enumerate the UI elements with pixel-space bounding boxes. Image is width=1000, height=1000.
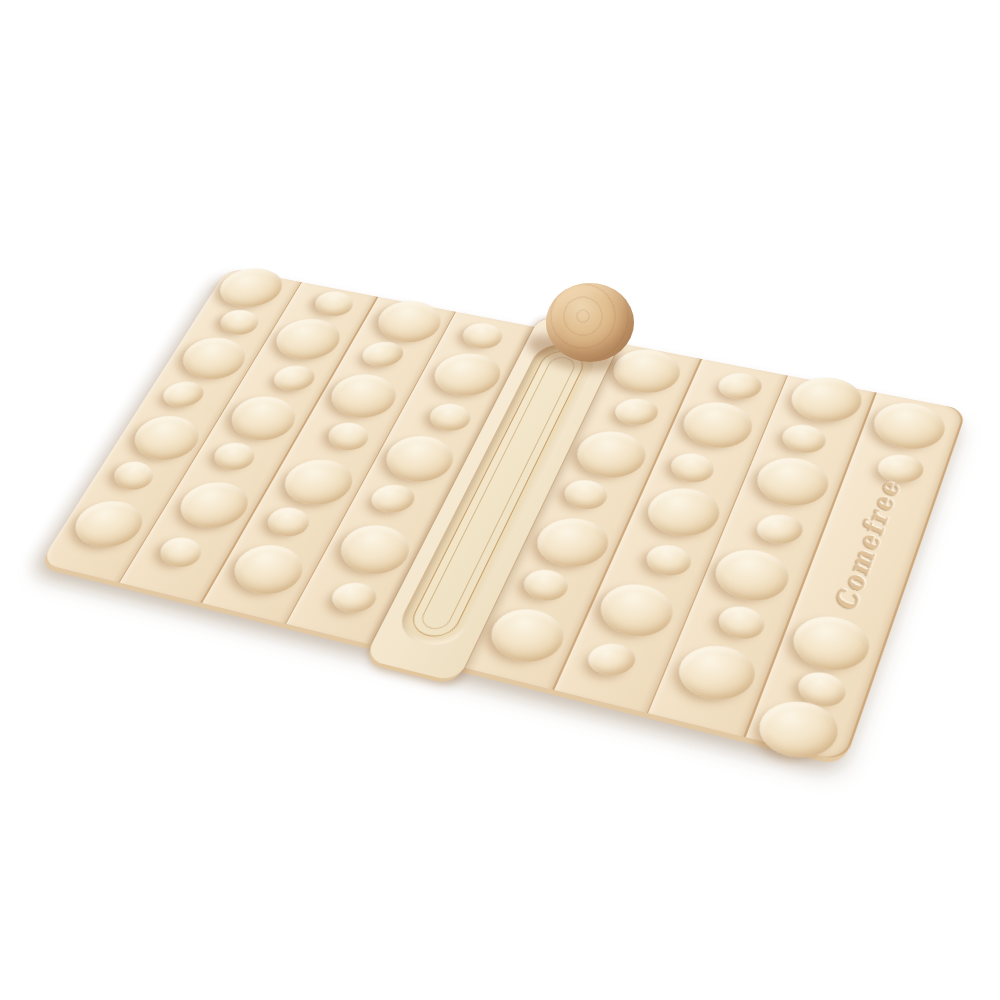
pebble bbox=[359, 342, 405, 367]
pebble bbox=[268, 315, 348, 363]
pebble bbox=[270, 364, 318, 391]
pebble bbox=[223, 538, 313, 602]
pebble bbox=[586, 642, 638, 676]
pebble bbox=[67, 497, 152, 551]
pebble bbox=[159, 381, 207, 407]
pebble bbox=[865, 396, 954, 457]
pebble bbox=[173, 479, 256, 531]
pebble bbox=[327, 581, 380, 615]
pebble bbox=[558, 475, 614, 514]
pebble bbox=[784, 609, 879, 679]
pebble bbox=[367, 294, 451, 349]
pebble bbox=[641, 484, 726, 541]
pebble bbox=[776, 420, 831, 458]
pebble bbox=[456, 319, 509, 353]
pebble bbox=[329, 517, 420, 581]
pebble bbox=[665, 448, 721, 488]
pebble bbox=[214, 306, 265, 339]
pebble bbox=[277, 456, 360, 509]
pebble bbox=[428, 350, 507, 399]
pebble bbox=[480, 601, 574, 670]
pebble bbox=[590, 576, 685, 646]
pebble bbox=[261, 503, 316, 542]
pebble bbox=[309, 287, 360, 321]
pebble bbox=[517, 564, 575, 605]
pebble bbox=[711, 601, 771, 645]
pebble bbox=[612, 397, 661, 427]
massage-ball bbox=[546, 283, 634, 362]
pebble bbox=[755, 513, 805, 545]
pebble bbox=[748, 451, 837, 513]
pebble bbox=[152, 532, 208, 572]
pebble bbox=[640, 540, 697, 580]
massage-board: Comefree bbox=[40, 268, 967, 762]
pebble bbox=[321, 368, 406, 424]
pebble bbox=[208, 438, 262, 474]
pebble bbox=[705, 542, 798, 609]
pebble bbox=[672, 640, 762, 705]
pebble bbox=[674, 395, 762, 455]
pebble bbox=[530, 514, 615, 571]
pebble bbox=[213, 266, 289, 309]
brand-logo: Comefree bbox=[828, 478, 907, 614]
pebble bbox=[376, 429, 463, 488]
pebble bbox=[368, 483, 418, 513]
pebble bbox=[424, 399, 478, 435]
pebble bbox=[321, 418, 375, 456]
pebble bbox=[787, 374, 867, 425]
pebble bbox=[568, 425, 656, 485]
product-photo: Comefree bbox=[0, 0, 1000, 1000]
pebble bbox=[717, 372, 764, 400]
pebble bbox=[107, 456, 161, 495]
pebble bbox=[220, 389, 306, 448]
